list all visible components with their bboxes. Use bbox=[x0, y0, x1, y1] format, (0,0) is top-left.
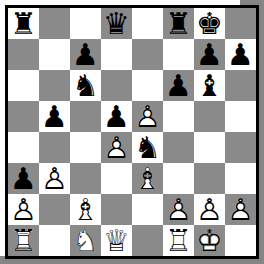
square-f8[interactable]: ♜ bbox=[163, 8, 194, 39]
piece-white-pawn[interactable]: ♟♙ bbox=[39, 163, 70, 194]
square-d8[interactable]: ♛ bbox=[101, 8, 132, 39]
square-b2[interactable] bbox=[39, 194, 70, 225]
piece-black-king[interactable]: ♚ bbox=[194, 8, 225, 39]
piece-white-queen[interactable]: ♛♕ bbox=[101, 225, 132, 256]
square-d3[interactable] bbox=[101, 163, 132, 194]
white-piece-outline: ♙ bbox=[134, 101, 161, 132]
square-f5[interactable] bbox=[163, 101, 194, 132]
square-h2[interactable]: ♟♙ bbox=[225, 194, 256, 225]
piece-white-king[interactable]: ♚♔ bbox=[194, 225, 225, 256]
chess-diagram: ♜♛♜♚♟♟♟♞♟♝♟♟♟♙♟♙♞♟♟♙♝♗♟♙♝♗♟♙♟♙♟♙♜♖♞♘♛♕♜♖… bbox=[0, 0, 264, 264]
square-h5[interactable] bbox=[225, 101, 256, 132]
piece-black-knight[interactable]: ♞ bbox=[70, 70, 101, 101]
piece-black-queen[interactable]: ♛ bbox=[101, 8, 132, 39]
square-h3[interactable] bbox=[225, 163, 256, 194]
piece-white-bishop[interactable]: ♝♗ bbox=[132, 163, 163, 194]
white-piece-outline: ♙ bbox=[103, 132, 130, 163]
square-c1[interactable]: ♞♘ bbox=[70, 225, 101, 256]
square-g3[interactable] bbox=[194, 163, 225, 194]
square-g8[interactable]: ♚ bbox=[194, 8, 225, 39]
piece-black-bishop[interactable]: ♝ bbox=[194, 70, 225, 101]
square-e7[interactable] bbox=[132, 39, 163, 70]
white-piece-outline: ♗ bbox=[134, 163, 161, 194]
square-h8[interactable] bbox=[225, 8, 256, 39]
square-g2[interactable]: ♟♙ bbox=[194, 194, 225, 225]
square-h7[interactable]: ♟ bbox=[225, 39, 256, 70]
piece-black-pawn[interactable]: ♟ bbox=[225, 39, 256, 70]
square-c4[interactable] bbox=[70, 132, 101, 163]
square-b7[interactable] bbox=[39, 39, 70, 70]
square-c5[interactable] bbox=[70, 101, 101, 132]
square-g1[interactable]: ♚♔ bbox=[194, 225, 225, 256]
square-a7[interactable] bbox=[8, 39, 39, 70]
piece-black-pawn[interactable]: ♟ bbox=[163, 70, 194, 101]
white-piece-outline: ♙ bbox=[227, 194, 254, 225]
square-c7[interactable]: ♟ bbox=[70, 39, 101, 70]
square-h4[interactable] bbox=[225, 132, 256, 163]
square-a4[interactable] bbox=[8, 132, 39, 163]
white-piece-outline: ♔ bbox=[196, 225, 223, 256]
square-f6[interactable]: ♟ bbox=[163, 70, 194, 101]
square-d5[interactable]: ♟ bbox=[101, 101, 132, 132]
piece-black-pawn[interactable]: ♟ bbox=[8, 163, 39, 194]
piece-black-pawn[interactable]: ♟ bbox=[194, 39, 225, 70]
white-piece-outline: ♕ bbox=[103, 225, 130, 256]
piece-white-pawn[interactable]: ♟♙ bbox=[163, 194, 194, 225]
piece-white-pawn[interactable]: ♟♙ bbox=[194, 194, 225, 225]
white-piece-outline: ♙ bbox=[165, 194, 192, 225]
square-c6[interactable]: ♞ bbox=[70, 70, 101, 101]
piece-black-rook[interactable]: ♜ bbox=[163, 8, 194, 39]
piece-black-pawn[interactable]: ♟ bbox=[70, 39, 101, 70]
piece-white-pawn[interactable]: ♟♙ bbox=[8, 194, 39, 225]
square-e1[interactable] bbox=[132, 225, 163, 256]
piece-white-pawn[interactable]: ♟♙ bbox=[225, 194, 256, 225]
square-e8[interactable] bbox=[132, 8, 163, 39]
square-f7[interactable] bbox=[163, 39, 194, 70]
square-d4[interactable]: ♟♙ bbox=[101, 132, 132, 163]
square-a6[interactable] bbox=[8, 70, 39, 101]
square-e4[interactable]: ♞ bbox=[132, 132, 163, 163]
piece-white-bishop[interactable]: ♝♗ bbox=[70, 194, 101, 225]
square-f3[interactable] bbox=[163, 163, 194, 194]
square-g7[interactable]: ♟ bbox=[194, 39, 225, 70]
white-piece-outline: ♗ bbox=[72, 194, 99, 225]
square-h1[interactable] bbox=[225, 225, 256, 256]
square-a2[interactable]: ♟♙ bbox=[8, 194, 39, 225]
square-f4[interactable] bbox=[163, 132, 194, 163]
square-c2[interactable]: ♝♗ bbox=[70, 194, 101, 225]
square-e6[interactable] bbox=[132, 70, 163, 101]
piece-black-knight[interactable]: ♞ bbox=[132, 132, 163, 163]
square-b8[interactable] bbox=[39, 8, 70, 39]
piece-white-knight[interactable]: ♞♘ bbox=[70, 225, 101, 256]
square-a3[interactable]: ♟ bbox=[8, 163, 39, 194]
square-e5[interactable]: ♟♙ bbox=[132, 101, 163, 132]
white-piece-outline: ♖ bbox=[10, 225, 37, 256]
square-d6[interactable] bbox=[101, 70, 132, 101]
square-b3[interactable]: ♟♙ bbox=[39, 163, 70, 194]
square-a1[interactable]: ♜♖ bbox=[8, 225, 39, 256]
square-g5[interactable] bbox=[194, 101, 225, 132]
square-d2[interactable] bbox=[101, 194, 132, 225]
square-f1[interactable]: ♜♖ bbox=[163, 225, 194, 256]
square-g6[interactable]: ♝ bbox=[194, 70, 225, 101]
piece-white-rook[interactable]: ♜♖ bbox=[8, 225, 39, 256]
square-f2[interactable]: ♟♙ bbox=[163, 194, 194, 225]
piece-white-rook[interactable]: ♜♖ bbox=[163, 225, 194, 256]
square-b6[interactable] bbox=[39, 70, 70, 101]
white-piece-outline: ♖ bbox=[165, 225, 192, 256]
square-h6[interactable] bbox=[225, 70, 256, 101]
piece-black-pawn[interactable]: ♟ bbox=[101, 101, 132, 132]
square-b4[interactable] bbox=[39, 132, 70, 163]
square-b1[interactable] bbox=[39, 225, 70, 256]
piece-white-pawn[interactable]: ♟♙ bbox=[101, 132, 132, 163]
square-b5[interactable]: ♟ bbox=[39, 101, 70, 132]
square-a5[interactable] bbox=[8, 101, 39, 132]
square-e3[interactable]: ♝♗ bbox=[132, 163, 163, 194]
piece-white-pawn[interactable]: ♟♙ bbox=[132, 101, 163, 132]
square-a8[interactable]: ♜ bbox=[8, 8, 39, 39]
white-piece-outline: ♙ bbox=[196, 194, 223, 225]
piece-black-rook[interactable]: ♜ bbox=[8, 8, 39, 39]
square-d1[interactable]: ♛♕ bbox=[101, 225, 132, 256]
square-g4[interactable] bbox=[194, 132, 225, 163]
white-piece-outline: ♙ bbox=[41, 163, 68, 194]
square-c3[interactable] bbox=[70, 163, 101, 194]
piece-black-pawn[interactable]: ♟ bbox=[39, 101, 70, 132]
square-c8[interactable] bbox=[70, 8, 101, 39]
white-piece-outline: ♘ bbox=[72, 225, 99, 256]
white-piece-outline: ♙ bbox=[10, 194, 37, 225]
square-d7[interactable] bbox=[101, 39, 132, 70]
chess-board: ♜♛♜♚♟♟♟♞♟♝♟♟♟♙♟♙♞♟♟♙♝♗♟♙♝♗♟♙♟♙♟♙♜♖♞♘♛♕♜♖… bbox=[5, 5, 259, 259]
square-e2[interactable] bbox=[132, 194, 163, 225]
